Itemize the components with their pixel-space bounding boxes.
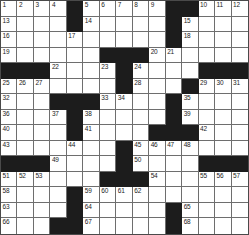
white-square[interactable]: 56 — [215, 172, 231, 188]
white-square[interactable]: 46 — [149, 141, 165, 157]
white-square[interactable]: 26 — [17, 79, 33, 95]
black-square — [133, 48, 149, 64]
black-square — [50, 218, 66, 234]
white-square[interactable] — [149, 94, 165, 110]
white-square[interactable] — [199, 187, 215, 203]
white-square[interactable] — [232, 141, 248, 157]
clue-number: 26 — [19, 79, 26, 86]
white-square[interactable] — [232, 218, 248, 234]
white-square[interactable]: 15 — [182, 17, 198, 33]
white-square[interactable]: 10 — [199, 1, 215, 17]
black-square — [232, 156, 248, 172]
white-square[interactable] — [34, 218, 50, 234]
black-square — [232, 63, 248, 79]
clue-number: 6 — [101, 1, 104, 8]
clue-number: 41 — [85, 125, 92, 132]
clue-number: 24 — [134, 63, 141, 70]
white-square[interactable] — [34, 48, 50, 64]
clue-number: 13 — [3, 17, 10, 24]
white-square[interactable] — [67, 63, 83, 79]
white-square[interactable]: 35 — [182, 94, 198, 110]
white-square[interactable]: 12 — [232, 1, 248, 17]
white-square[interactable] — [149, 79, 165, 95]
white-square[interactable]: 2 — [17, 1, 33, 17]
white-square[interactable]: 24 — [133, 63, 149, 79]
white-square[interactable]: 6 — [100, 1, 116, 17]
white-square[interactable]: 58 — [1, 187, 17, 203]
black-square — [67, 203, 83, 219]
clue-number: 39 — [184, 110, 191, 117]
white-square[interactable] — [50, 187, 66, 203]
clue-number: 4 — [52, 1, 55, 8]
white-square[interactable] — [133, 17, 149, 33]
white-square[interactable]: 44 — [67, 141, 83, 157]
white-square[interactable]: 62 — [133, 187, 149, 203]
black-square — [1, 63, 17, 79]
white-square[interactable] — [182, 187, 198, 203]
white-square[interactable]: 36 — [1, 110, 17, 126]
white-square[interactable] — [116, 125, 132, 141]
black-square — [166, 125, 182, 141]
clue-number: 58 — [3, 187, 10, 194]
white-square[interactable] — [232, 48, 248, 64]
white-square[interactable]: 25 — [1, 79, 17, 95]
white-square[interactable] — [34, 94, 50, 110]
white-square[interactable] — [149, 187, 165, 203]
white-square[interactable] — [215, 32, 231, 48]
white-square[interactable] — [215, 187, 231, 203]
white-square[interactable] — [116, 110, 132, 126]
black-square — [67, 94, 83, 110]
black-square — [182, 1, 198, 17]
white-square[interactable] — [149, 156, 165, 172]
white-square[interactable] — [182, 156, 198, 172]
black-square — [182, 79, 198, 95]
clue-number: 56 — [217, 172, 224, 179]
crossword-grid: 1234567891011121314151617181920212223242… — [0, 0, 249, 235]
white-square[interactable] — [100, 141, 116, 157]
black-square — [34, 63, 50, 79]
white-square[interactable]: 42 — [199, 125, 215, 141]
black-square — [215, 63, 231, 79]
clue-number: 22 — [52, 63, 59, 70]
white-square[interactable] — [133, 94, 149, 110]
white-square[interactable] — [166, 63, 182, 79]
clue-number: 49 — [52, 156, 59, 163]
white-square[interactable] — [149, 32, 165, 48]
clue-number: 32 — [3, 94, 10, 101]
white-square[interactable] — [100, 156, 116, 172]
white-square[interactable] — [166, 156, 182, 172]
white-square[interactable] — [67, 48, 83, 64]
white-square[interactable]: 3 — [34, 1, 50, 17]
white-square[interactable] — [83, 141, 99, 157]
white-square[interactable] — [215, 94, 231, 110]
white-square[interactable]: 43 — [1, 141, 17, 157]
white-square[interactable] — [17, 218, 33, 234]
white-square[interactable] — [83, 48, 99, 64]
black-square — [100, 48, 116, 64]
clue-number: 2 — [19, 1, 22, 8]
white-square[interactable]: 31 — [232, 79, 248, 95]
white-square[interactable]: 47 — [166, 141, 182, 157]
white-square[interactable] — [34, 17, 50, 33]
clue-number: 34 — [118, 94, 125, 101]
clue-number: 38 — [85, 110, 92, 117]
black-square — [116, 79, 132, 95]
black-square — [116, 48, 132, 64]
white-square[interactable]: 16 — [1, 32, 17, 48]
white-square[interactable]: 19 — [1, 48, 17, 64]
clue-number: 66 — [3, 218, 10, 225]
white-square[interactable] — [199, 48, 215, 64]
white-square[interactable] — [182, 63, 198, 79]
white-square[interactable]: 38 — [83, 110, 99, 126]
white-square[interactable] — [232, 187, 248, 203]
clue-number: 17 — [68, 32, 75, 39]
white-square[interactable]: 11 — [215, 1, 231, 17]
white-square[interactable]: 37 — [50, 110, 66, 126]
clue-number: 3 — [35, 1, 38, 8]
clue-number: 14 — [85, 17, 92, 24]
black-square — [17, 156, 33, 172]
white-square[interactable] — [199, 203, 215, 219]
black-square — [67, 218, 83, 234]
clue-number: 8 — [134, 1, 137, 8]
clue-number: 16 — [3, 32, 10, 39]
white-square[interactable] — [199, 141, 215, 157]
white-square[interactable] — [67, 156, 83, 172]
black-square — [67, 110, 83, 126]
white-square[interactable] — [149, 63, 165, 79]
white-square[interactable]: 28 — [133, 79, 149, 95]
white-square[interactable]: 41 — [83, 125, 99, 141]
white-square[interactable]: 14 — [83, 17, 99, 33]
black-square — [166, 1, 182, 17]
white-square[interactable]: 32 — [1, 94, 17, 110]
white-square[interactable] — [182, 172, 198, 188]
white-square[interactable] — [232, 17, 248, 33]
white-square[interactable]: 45 — [133, 141, 149, 157]
white-square[interactable] — [50, 141, 66, 157]
white-square[interactable] — [166, 187, 182, 203]
white-square[interactable]: 51 — [1, 172, 17, 188]
white-square[interactable] — [17, 32, 33, 48]
white-square[interactable] — [133, 125, 149, 141]
white-square[interactable] — [199, 17, 215, 33]
white-square[interactable] — [199, 218, 215, 234]
black-square — [149, 125, 165, 141]
white-square[interactable] — [232, 203, 248, 219]
white-square[interactable]: 18 — [182, 32, 198, 48]
white-square[interactable] — [100, 110, 116, 126]
white-square[interactable]: 54 — [149, 172, 165, 188]
white-square[interactable]: 67 — [83, 218, 99, 234]
black-square — [199, 63, 215, 79]
clue-number: 7 — [118, 1, 121, 8]
white-square[interactable]: 48 — [182, 141, 198, 157]
white-square[interactable]: 1 — [1, 1, 17, 17]
clue-number: 18 — [184, 32, 191, 39]
clue-number: 61 — [118, 187, 125, 194]
clue-number: 11 — [217, 1, 223, 8]
clue-number: 47 — [167, 141, 174, 148]
white-square[interactable] — [215, 203, 231, 219]
black-square — [67, 17, 83, 33]
clue-number: 21 — [167, 48, 174, 55]
black-square — [116, 141, 132, 157]
white-square[interactable] — [199, 94, 215, 110]
white-square[interactable] — [34, 125, 50, 141]
white-square[interactable] — [50, 17, 66, 33]
white-square[interactable] — [215, 125, 231, 141]
clue-number: 51 — [3, 172, 10, 179]
black-square — [166, 110, 182, 126]
white-square[interactable] — [133, 218, 149, 234]
black-square — [67, 187, 83, 203]
white-square[interactable]: 5 — [83, 1, 99, 17]
black-square — [34, 156, 50, 172]
white-square[interactable] — [67, 172, 83, 188]
white-square[interactable] — [17, 203, 33, 219]
clue-number: 55 — [200, 172, 207, 179]
clue-number: 64 — [85, 203, 92, 210]
white-square[interactable] — [149, 110, 165, 126]
white-square[interactable] — [149, 218, 165, 234]
white-square[interactable]: 68 — [182, 218, 198, 234]
white-square[interactable]: 9 — [149, 1, 165, 17]
clue-number: 28 — [134, 79, 141, 86]
clue-number: 52 — [19, 172, 26, 179]
white-square[interactable] — [116, 17, 132, 33]
white-square[interactable]: 61 — [116, 187, 132, 203]
white-square[interactable]: 49 — [50, 156, 66, 172]
white-square[interactable] — [215, 218, 231, 234]
black-square — [67, 1, 83, 17]
clue-number: 20 — [151, 48, 158, 55]
white-square[interactable] — [100, 125, 116, 141]
white-square[interactable] — [17, 187, 33, 203]
clue-number: 25 — [3, 79, 10, 86]
white-square[interactable]: 65 — [182, 203, 198, 219]
white-square[interactable]: 4 — [50, 1, 66, 17]
white-square[interactable]: 66 — [1, 218, 17, 234]
white-square[interactable]: 8 — [133, 1, 149, 17]
white-square[interactable]: 55 — [199, 172, 215, 188]
clue-number: 31 — [233, 79, 240, 86]
black-square — [166, 32, 182, 48]
clue-number: 67 — [85, 218, 92, 225]
clue-number: 15 — [184, 17, 191, 24]
white-square[interactable]: 63 — [1, 203, 17, 219]
white-square[interactable] — [34, 32, 50, 48]
white-square[interactable] — [17, 17, 33, 33]
white-square[interactable]: 34 — [116, 94, 132, 110]
white-square[interactable] — [232, 32, 248, 48]
white-square[interactable] — [232, 125, 248, 141]
white-square[interactable] — [83, 79, 99, 95]
clue-number: 44 — [68, 141, 75, 148]
clue-number: 1 — [3, 1, 6, 8]
white-square[interactable]: 57 — [232, 172, 248, 188]
white-square[interactable]: 22 — [50, 63, 66, 79]
white-square[interactable] — [17, 125, 33, 141]
clue-number: 60 — [101, 187, 108, 194]
white-square[interactable] — [133, 110, 149, 126]
clue-number: 40 — [3, 125, 10, 132]
black-square — [133, 172, 149, 188]
white-square[interactable] — [215, 141, 231, 157]
white-square[interactable]: 39 — [182, 110, 198, 126]
white-square[interactable]: 29 — [199, 79, 215, 95]
white-square[interactable] — [34, 110, 50, 126]
white-square[interactable] — [34, 203, 50, 219]
black-square — [166, 218, 182, 234]
black-square — [67, 125, 83, 141]
white-square[interactable]: 23 — [100, 63, 116, 79]
clue-number: 54 — [151, 172, 158, 179]
white-square[interactable] — [50, 203, 66, 219]
white-square[interactable] — [116, 32, 132, 48]
clue-number: 48 — [184, 141, 191, 148]
clue-number: 5 — [85, 1, 88, 8]
white-square[interactable] — [166, 172, 182, 188]
clue-number: 19 — [3, 48, 10, 55]
clue-number: 37 — [52, 110, 59, 117]
black-square — [215, 156, 231, 172]
white-square[interactable] — [100, 79, 116, 95]
white-square[interactable] — [215, 48, 231, 64]
white-square[interactable] — [149, 203, 165, 219]
black-square — [50, 94, 66, 110]
clue-number: 27 — [35, 79, 42, 86]
white-square[interactable] — [149, 17, 165, 33]
white-square[interactable]: 17 — [67, 32, 83, 48]
black-square — [1, 156, 17, 172]
clue-number: 29 — [200, 79, 207, 86]
clue-number: 35 — [184, 94, 191, 101]
white-square[interactable] — [133, 203, 149, 219]
clue-number: 53 — [35, 172, 42, 179]
white-square[interactable]: 50 — [133, 156, 149, 172]
clue-number: 10 — [200, 1, 207, 8]
white-square[interactable] — [133, 32, 149, 48]
black-square — [182, 125, 198, 141]
white-square[interactable]: 7 — [116, 1, 132, 17]
white-square[interactable] — [199, 32, 215, 48]
white-square[interactable] — [50, 79, 66, 95]
clue-number: 62 — [134, 187, 141, 194]
white-square[interactable] — [116, 218, 132, 234]
white-square[interactable] — [83, 63, 99, 79]
black-square — [116, 63, 132, 79]
clue-number: 57 — [233, 172, 240, 179]
white-square[interactable] — [166, 79, 182, 95]
white-square[interactable]: 33 — [100, 94, 116, 110]
white-square[interactable] — [17, 141, 33, 157]
white-square[interactable] — [100, 218, 116, 234]
white-square[interactable] — [67, 79, 83, 95]
clue-number: 12 — [233, 1, 240, 8]
white-square[interactable] — [116, 203, 132, 219]
clue-number: 36 — [3, 110, 10, 117]
clue-number: 23 — [101, 63, 108, 70]
white-square[interactable]: 30 — [215, 79, 231, 95]
white-square[interactable] — [34, 141, 50, 157]
black-square — [166, 203, 182, 219]
white-square[interactable]: 40 — [1, 125, 17, 141]
white-square[interactable] — [199, 110, 215, 126]
white-square[interactable] — [232, 94, 248, 110]
black-square — [116, 156, 132, 172]
clue-number: 63 — [3, 203, 10, 210]
white-square[interactable]: 20 — [149, 48, 165, 64]
clue-number: 68 — [184, 218, 191, 225]
white-square[interactable] — [83, 156, 99, 172]
black-square — [83, 94, 99, 110]
white-square[interactable] — [100, 17, 116, 33]
clue-number: 45 — [134, 141, 141, 148]
white-square[interactable]: 59 — [83, 187, 99, 203]
white-square[interactable] — [83, 32, 99, 48]
white-square[interactable]: 64 — [83, 203, 99, 219]
clue-number: 59 — [85, 187, 92, 194]
white-square[interactable] — [232, 110, 248, 126]
white-square[interactable]: 60 — [100, 187, 116, 203]
clue-number: 42 — [200, 125, 207, 132]
black-square — [116, 172, 132, 188]
white-square[interactable] — [17, 110, 33, 126]
white-square[interactable]: 21 — [166, 48, 182, 64]
black-square — [166, 94, 182, 110]
white-square[interactable] — [215, 110, 231, 126]
white-square[interactable] — [100, 32, 116, 48]
white-square[interactable] — [182, 48, 198, 64]
clue-number: 43 — [3, 141, 10, 148]
white-square[interactable] — [50, 32, 66, 48]
black-square — [199, 156, 215, 172]
clue-number: 30 — [217, 79, 224, 86]
clue-number: 46 — [151, 141, 158, 148]
clue-number: 65 — [184, 203, 191, 210]
white-square[interactable] — [50, 172, 66, 188]
clue-number: 50 — [134, 156, 141, 163]
white-square[interactable]: 52 — [17, 172, 33, 188]
clue-number: 9 — [151, 1, 154, 8]
white-square[interactable]: 13 — [1, 17, 17, 33]
white-square[interactable] — [50, 125, 66, 141]
white-square[interactable] — [215, 17, 231, 33]
white-square[interactable]: 53 — [34, 172, 50, 188]
white-square[interactable] — [17, 48, 33, 64]
black-square — [17, 63, 33, 79]
black-square — [166, 17, 182, 33]
white-square[interactable] — [17, 94, 33, 110]
white-square[interactable]: 27 — [34, 79, 50, 95]
black-square — [100, 172, 116, 188]
white-square[interactable] — [50, 48, 66, 64]
white-square[interactable] — [100, 203, 116, 219]
white-square[interactable] — [34, 187, 50, 203]
clue-number: 33 — [101, 94, 108, 101]
white-square[interactable] — [83, 172, 99, 188]
